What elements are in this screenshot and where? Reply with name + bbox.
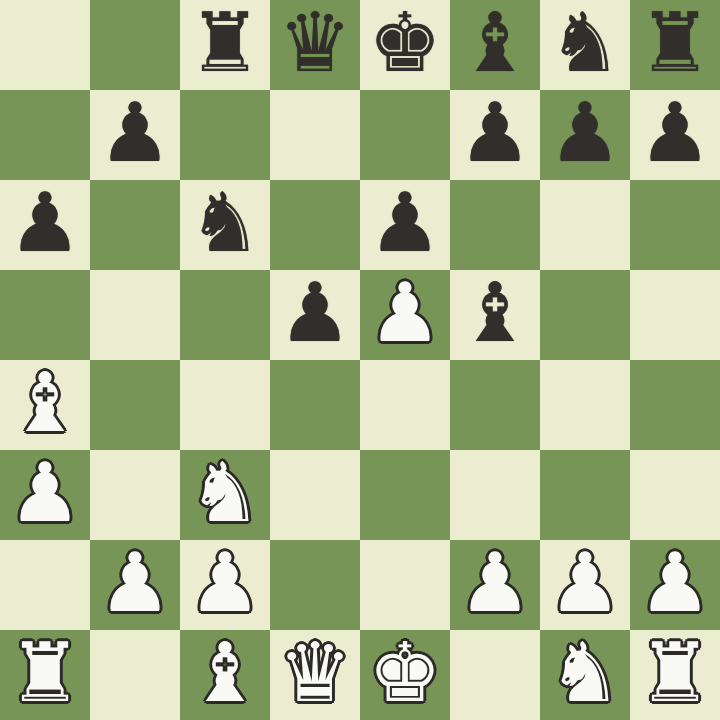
piece-black-rook[interactable]: ♜ <box>638 2 712 84</box>
square-g8[interactable]: ♞ <box>540 0 630 90</box>
square-g1[interactable]: ♞ <box>540 630 630 720</box>
square-d4[interactable] <box>270 360 360 450</box>
square-a4[interactable]: ♝ <box>0 360 90 450</box>
square-c2[interactable]: ♟ <box>180 540 270 630</box>
piece-black-pawn[interactable]: ♟ <box>458 92 532 174</box>
square-f6[interactable] <box>450 180 540 270</box>
square-d7[interactable] <box>270 90 360 180</box>
square-b4[interactable] <box>90 360 180 450</box>
square-h6[interactable] <box>630 180 720 270</box>
piece-black-rook[interactable]: ♜ <box>188 2 262 84</box>
square-f7[interactable]: ♟ <box>450 90 540 180</box>
piece-white-rook[interactable]: ♜ <box>638 632 712 714</box>
square-e7[interactable] <box>360 90 450 180</box>
square-b6[interactable] <box>90 180 180 270</box>
piece-white-pawn[interactable]: ♟ <box>638 542 712 624</box>
square-c5[interactable] <box>180 270 270 360</box>
piece-white-pawn[interactable]: ♟ <box>548 542 622 624</box>
square-g2[interactable]: ♟ <box>540 540 630 630</box>
square-c3[interactable]: ♞ <box>180 450 270 540</box>
square-a6[interactable]: ♟ <box>0 180 90 270</box>
square-c1[interactable]: ♝ <box>180 630 270 720</box>
square-d3[interactable] <box>270 450 360 540</box>
piece-black-king[interactable]: ♚ <box>368 2 442 84</box>
square-d1[interactable]: ♛ <box>270 630 360 720</box>
piece-white-knight[interactable]: ♞ <box>548 632 622 714</box>
square-e6[interactable]: ♟ <box>360 180 450 270</box>
square-a2[interactable] <box>0 540 90 630</box>
piece-white-bishop[interactable]: ♝ <box>8 362 82 444</box>
square-e5[interactable]: ♟ <box>360 270 450 360</box>
square-e2[interactable] <box>360 540 450 630</box>
square-h1[interactable]: ♜ <box>630 630 720 720</box>
piece-white-pawn[interactable]: ♟ <box>98 542 172 624</box>
square-d8[interactable]: ♛ <box>270 0 360 90</box>
piece-white-rook[interactable]: ♜ <box>8 632 82 714</box>
square-c7[interactable] <box>180 90 270 180</box>
piece-black-pawn[interactable]: ♟ <box>98 92 172 174</box>
square-f8[interactable]: ♝ <box>450 0 540 90</box>
square-g7[interactable]: ♟ <box>540 90 630 180</box>
piece-black-queen[interactable]: ♛ <box>278 2 352 84</box>
square-a3[interactable]: ♟ <box>0 450 90 540</box>
square-f1[interactable] <box>450 630 540 720</box>
piece-black-bishop[interactable]: ♝ <box>458 2 532 84</box>
piece-black-knight[interactable]: ♞ <box>188 182 262 264</box>
piece-white-bishop[interactable]: ♝ <box>188 632 262 714</box>
piece-black-pawn[interactable]: ♟ <box>8 182 82 264</box>
square-c4[interactable] <box>180 360 270 450</box>
square-a1[interactable]: ♜ <box>0 630 90 720</box>
piece-white-king[interactable]: ♚ <box>368 632 442 714</box>
piece-black-pawn[interactable]: ♟ <box>278 272 352 354</box>
square-f5[interactable]: ♝ <box>450 270 540 360</box>
square-a8[interactable] <box>0 0 90 90</box>
piece-white-pawn[interactable]: ♟ <box>458 542 532 624</box>
square-b5[interactable] <box>90 270 180 360</box>
piece-black-bishop[interactable]: ♝ <box>458 272 532 354</box>
square-h5[interactable] <box>630 270 720 360</box>
square-h3[interactable] <box>630 450 720 540</box>
chess-board: ♜♛♚♝♞♜♟♟♟♟♟♞♟♟♟♝♝♟♞♟♟♟♟♟♜♝♛♚♞♜ <box>0 0 720 720</box>
square-e8[interactable]: ♚ <box>360 0 450 90</box>
square-g5[interactable] <box>540 270 630 360</box>
square-e4[interactable] <box>360 360 450 450</box>
square-f2[interactable]: ♟ <box>450 540 540 630</box>
square-b3[interactable] <box>90 450 180 540</box>
piece-white-knight[interactable]: ♞ <box>188 452 262 534</box>
piece-white-pawn[interactable]: ♟ <box>188 542 262 624</box>
square-a7[interactable] <box>0 90 90 180</box>
square-g6[interactable] <box>540 180 630 270</box>
square-e3[interactable] <box>360 450 450 540</box>
square-a5[interactable] <box>0 270 90 360</box>
piece-white-queen[interactable]: ♛ <box>278 632 352 714</box>
square-d6[interactable] <box>270 180 360 270</box>
square-g3[interactable] <box>540 450 630 540</box>
square-h2[interactable]: ♟ <box>630 540 720 630</box>
piece-black-pawn[interactable]: ♟ <box>638 92 712 174</box>
piece-white-pawn[interactable]: ♟ <box>8 452 82 534</box>
piece-black-pawn[interactable]: ♟ <box>548 92 622 174</box>
square-h8[interactable]: ♜ <box>630 0 720 90</box>
square-b7[interactable]: ♟ <box>90 90 180 180</box>
piece-black-knight[interactable]: ♞ <box>548 2 622 84</box>
square-c6[interactable]: ♞ <box>180 180 270 270</box>
square-f3[interactable] <box>450 450 540 540</box>
square-h4[interactable] <box>630 360 720 450</box>
piece-black-pawn[interactable]: ♟ <box>368 182 442 264</box>
square-g4[interactable] <box>540 360 630 450</box>
piece-white-pawn[interactable]: ♟ <box>368 272 442 354</box>
square-f4[interactable] <box>450 360 540 450</box>
square-d5[interactable]: ♟ <box>270 270 360 360</box>
square-d2[interactable] <box>270 540 360 630</box>
square-h7[interactable]: ♟ <box>630 90 720 180</box>
square-e1[interactable]: ♚ <box>360 630 450 720</box>
square-c8[interactable]: ♜ <box>180 0 270 90</box>
square-b8[interactable] <box>90 0 180 90</box>
square-b2[interactable]: ♟ <box>90 540 180 630</box>
square-b1[interactable] <box>90 630 180 720</box>
